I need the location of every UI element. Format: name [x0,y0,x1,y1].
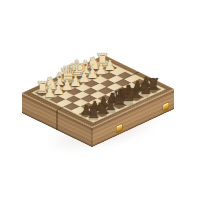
piece-black-rook: ♜ [86,104,100,120]
chess-set-product-photo: ♜♟♞♟♝♟♚♟♛♟♝♟♟♞♜♟♟♜♞♟♟♝♟♚♟♛♟♝♟♞♟♜ [0,0,200,200]
piece-white-pawn: ♟ [44,85,57,99]
pieces-layer: ♜♟♞♟♝♟♚♟♛♟♝♟♟♞♜♟♟♜♞♟♟♝♟♚♟♛♟♝♟♞♟♜ [0,0,200,200]
